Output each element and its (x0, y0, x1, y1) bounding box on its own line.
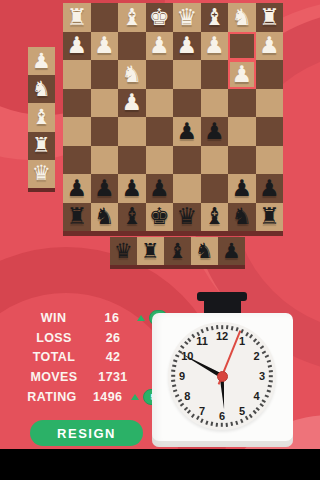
stats-panel: WIN161LOSS26TOTAL42MOVES1731RATING149656 (18, 308, 168, 407)
board-square[interactable]: ♟ (201, 32, 229, 61)
black-bishop: ♝ (121, 205, 142, 228)
clock-tick (196, 416, 199, 420)
stat-row: TOTAL42 (18, 348, 168, 368)
black-pawn: ♟ (259, 177, 280, 200)
board-square[interactable] (173, 60, 201, 89)
black-king: ♚ (149, 205, 170, 228)
white-pawn: ♟ (259, 34, 280, 57)
board-square[interactable]: ♟ (91, 32, 119, 61)
stat-value: 26 (90, 331, 136, 345)
board-square[interactable]: ♞ (228, 3, 256, 32)
board-square[interactable]: ♟ (146, 32, 174, 61)
white-queen: ♛ (32, 163, 51, 184)
clock-tick (216, 423, 218, 427)
white-knight: ♞ (231, 6, 252, 29)
white-bishop: ♝ (204, 6, 225, 29)
clock-tick (226, 325, 228, 329)
clock-number: 3 (253, 370, 271, 382)
black-pawn: ♟ (231, 177, 252, 200)
board-square[interactable] (146, 60, 174, 89)
app-screen: ♟♞♝♜♛ ♜♝♚♛♝♞♜♟♟♟♟♟♟♞♟♟♟♟♟♟♟♟♟♟♜♞♝♚♛♝♞♜ ♛… (0, 0, 320, 480)
tray-square: ♝ (164, 237, 191, 265)
board-square[interactable]: ♞ (118, 60, 146, 89)
board-square[interactable] (146, 146, 174, 175)
tray-square: ♟ (28, 47, 55, 75)
board-square[interactable] (146, 89, 174, 118)
board-square[interactable] (118, 146, 146, 175)
clock-tick (268, 365, 272, 367)
black-piece-tray: ♛♜♝♞♟ (110, 237, 245, 265)
clock-tick (260, 403, 264, 406)
board-square[interactable]: ♟ (146, 174, 174, 203)
board-square[interactable]: ♚ (146, 203, 174, 232)
board-square[interactable]: ♟ (63, 32, 91, 61)
clock-tick (240, 329, 243, 333)
board-square[interactable] (146, 117, 174, 146)
board-square[interactable]: ♟ (173, 117, 201, 146)
white-pawn: ♟ (149, 34, 170, 57)
clock-number: 2 (248, 350, 266, 362)
stat-value: 16 (89, 311, 135, 325)
board-square[interactable] (91, 60, 119, 89)
clock-tick (268, 385, 272, 387)
black-rook: ♜ (259, 205, 280, 228)
black-queen: ♛ (114, 241, 133, 262)
black-bishop: ♝ (168, 241, 187, 262)
clock-tick (211, 422, 213, 426)
black-knight: ♞ (231, 205, 252, 228)
board-square[interactable]: ♟ (228, 174, 256, 203)
stat-row: WIN161 (18, 308, 168, 328)
board-square[interactable] (228, 146, 256, 175)
white-knight: ♞ (121, 63, 142, 86)
black-pawn: ♟ (176, 120, 197, 143)
clock-tick (221, 325, 223, 329)
clock-tick (253, 411, 257, 415)
board-square[interactable]: ♝ (201, 203, 229, 232)
white-knight: ♞ (32, 79, 51, 100)
clock-tick (260, 345, 264, 348)
board-square[interactable]: ♟ (201, 117, 229, 146)
clock-center-dot (217, 371, 228, 382)
board-square[interactable] (201, 89, 229, 118)
tray-square: ♟ (218, 237, 245, 265)
stat-row: RATING149656 (18, 387, 168, 407)
board-square[interactable] (228, 117, 256, 146)
black-pawn: ♟ (149, 177, 170, 200)
board-square[interactable]: ♜ (256, 203, 284, 232)
board-square[interactable]: ♜ (256, 3, 284, 32)
stat-label: LOSS (18, 331, 90, 345)
clock-tick (245, 416, 248, 420)
increase-arrow-icon (137, 315, 145, 321)
board-square[interactable]: ♟ (118, 174, 146, 203)
white-pawn: ♟ (231, 63, 252, 86)
tray-square: ♜ (137, 237, 164, 265)
black-pawn: ♟ (121, 177, 142, 200)
clock-tick (180, 345, 184, 348)
clock-number: 7 (193, 405, 211, 417)
stat-label: RATING (18, 390, 86, 404)
clock-face: 121234567891011 (168, 322, 276, 430)
clock-tick (231, 422, 233, 426)
clock-tick (226, 423, 228, 427)
black-pawn: ♟ (66, 177, 87, 200)
board-square[interactable] (91, 146, 119, 175)
tray-square: ♛ (110, 237, 137, 265)
black-rook: ♜ (66, 205, 87, 228)
board-square[interactable] (91, 3, 119, 32)
board-square[interactable] (63, 146, 91, 175)
tray-square: ♞ (28, 75, 55, 103)
board-square[interactable] (173, 174, 201, 203)
board-square[interactable]: ♞ (91, 203, 119, 232)
board-square[interactable] (201, 174, 229, 203)
white-pawn: ♟ (204, 34, 225, 57)
board-square[interactable] (173, 146, 201, 175)
board-square[interactable] (256, 89, 284, 118)
stat-label: WIN (18, 311, 89, 325)
board-square[interactable]: ♟ (118, 89, 146, 118)
clock-tick (206, 327, 209, 331)
board-square[interactable] (256, 60, 284, 89)
board-square[interactable]: ♟ (256, 32, 284, 61)
clock-tick (173, 360, 177, 363)
clock-tick (173, 390, 177, 393)
board-square[interactable] (63, 117, 91, 146)
board-square[interactable]: ♜ (63, 203, 91, 232)
white-king: ♚ (149, 6, 170, 29)
black-bishop: ♝ (204, 205, 225, 228)
clock-tick (187, 411, 191, 415)
clock-tick (257, 341, 261, 345)
board-square[interactable] (201, 146, 229, 175)
white-queen: ♛ (176, 6, 197, 29)
clock-number: 5 (233, 405, 251, 417)
board-square[interactable]: ♟ (63, 174, 91, 203)
clock-tick (206, 421, 209, 425)
tray-square: ♛ (28, 160, 55, 188)
clock-tick (216, 325, 218, 329)
clock-number: 6 (213, 410, 231, 422)
chess-board[interactable]: ♜♝♚♛♝♞♜♟♟♟♟♟♟♞♟♟♟♟♟♟♟♟♟♟♜♞♝♚♛♝♞♜ (63, 3, 283, 231)
clock-tick (184, 407, 188, 411)
clock-tick (172, 385, 176, 387)
stat-value: 1731 (90, 370, 136, 384)
board-square[interactable]: ♚ (146, 3, 174, 32)
black-pawn: ♟ (222, 241, 241, 262)
board-square[interactable] (256, 117, 284, 146)
clock-number: 9 (173, 370, 191, 382)
clock-tick (172, 365, 176, 367)
clock-tick (231, 326, 233, 330)
board-square[interactable]: ♝ (201, 3, 229, 32)
board-square[interactable] (63, 60, 91, 89)
black-knight: ♞ (94, 205, 115, 228)
white-rook: ♜ (259, 6, 280, 29)
clock-tick (267, 390, 271, 393)
increase-arrow-icon (131, 394, 139, 400)
white-pawn: ♟ (66, 34, 87, 57)
tray-square: ♜ (28, 132, 55, 160)
white-pawn: ♟ (32, 51, 51, 72)
stat-value: 1496 (86, 390, 129, 404)
clock-tick (236, 421, 239, 425)
board-square[interactable]: ♟ (173, 32, 201, 61)
clock-number: 11 (193, 335, 211, 347)
board-square[interactable] (256, 146, 284, 175)
white-piece-tray: ♟♞♝♜♛ (28, 47, 55, 188)
board-square[interactable]: ♝ (118, 3, 146, 32)
clock-tick (187, 338, 191, 342)
black-pawn: ♟ (94, 177, 115, 200)
clock-tick (184, 341, 188, 345)
white-pawn: ♟ (121, 91, 142, 114)
clock-number: 12 (213, 330, 231, 342)
clock-number: 8 (178, 390, 196, 402)
board-square[interactable] (91, 117, 119, 146)
tray-square: ♝ (28, 103, 55, 131)
board-square[interactable] (63, 89, 91, 118)
stat-row: LOSS26 (18, 328, 168, 348)
board-square[interactable]: ♟ (256, 174, 284, 203)
stat-row: MOVES1731 (18, 367, 168, 387)
clock-tick (257, 407, 261, 411)
bottom-bar (0, 449, 320, 480)
black-knight: ♞ (195, 241, 214, 262)
board-square[interactable] (118, 32, 146, 61)
white-bishop: ♝ (32, 107, 51, 128)
board-square[interactable]: ♟ (91, 174, 119, 203)
white-pawn: ♟ (94, 34, 115, 57)
clock-tick (180, 403, 184, 406)
white-bishop: ♝ (121, 6, 142, 29)
board-square[interactable] (173, 89, 201, 118)
stat-value: 42 (90, 350, 136, 364)
board-square[interactable]: ♟ (228, 60, 256, 89)
board-square[interactable]: ♜ (63, 3, 91, 32)
clock-tick (221, 423, 223, 427)
board-square[interactable] (91, 89, 119, 118)
board-square[interactable]: ♛ (173, 203, 201, 232)
board-square[interactable] (118, 117, 146, 146)
black-pawn: ♟ (204, 120, 225, 143)
board-square[interactable]: ♝ (118, 203, 146, 232)
white-rook: ♜ (32, 135, 51, 156)
clock-tick (253, 338, 257, 342)
board-square[interactable] (228, 32, 256, 61)
stat-label: MOVES (18, 370, 90, 384)
clock-tick (240, 419, 243, 423)
board-square[interactable]: ♛ (173, 3, 201, 32)
white-rook: ♜ (66, 6, 87, 29)
board-square[interactable] (228, 89, 256, 118)
resign-button[interactable]: RESIGN (30, 420, 143, 446)
clock-tick (201, 329, 204, 333)
board-square[interactable] (201, 60, 229, 89)
board-square[interactable]: ♞ (228, 203, 256, 232)
clock-tick (267, 360, 271, 363)
tray-square: ♞ (191, 237, 218, 265)
stat-label: TOTAL (18, 350, 90, 364)
clock-number: 4 (248, 390, 266, 402)
black-rook: ♜ (141, 241, 160, 262)
white-pawn: ♟ (176, 34, 197, 57)
black-queen: ♛ (176, 205, 197, 228)
clock-tick (201, 419, 204, 423)
